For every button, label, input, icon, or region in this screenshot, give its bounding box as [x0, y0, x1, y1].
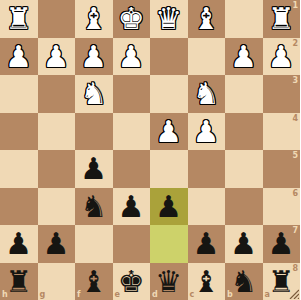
- square-d4[interactable]: ♟: [150, 113, 188, 151]
- rank-label-3: 3: [292, 77, 298, 85]
- square-f3[interactable]: ♞: [75, 75, 113, 113]
- white-pawn-piece[interactable]: ♟: [263, 38, 301, 76]
- square-d8[interactable]: ♛d: [150, 263, 188, 300]
- square-e1[interactable]: ♚: [113, 0, 151, 38]
- square-c5[interactable]: [188, 150, 226, 188]
- square-g4[interactable]: [38, 113, 76, 151]
- white-pawn-piece[interactable]: ♟: [75, 38, 113, 76]
- square-b2[interactable]: ♟: [225, 38, 263, 76]
- square-g2[interactable]: ♟: [38, 38, 76, 76]
- white-pawn-piece[interactable]: ♟: [113, 38, 151, 76]
- white-rook-piece[interactable]: ♜: [0, 0, 38, 38]
- white-pawn-piece[interactable]: ♟: [38, 38, 76, 76]
- rank-label-5: 5: [292, 152, 298, 160]
- white-bishop-piece[interactable]: ♝: [75, 0, 113, 38]
- square-h4[interactable]: [0, 113, 38, 151]
- square-g8[interactable]: g: [38, 263, 76, 300]
- square-f8[interactable]: ♝f: [75, 263, 113, 300]
- square-d2[interactable]: [150, 38, 188, 76]
- square-d7[interactable]: [150, 225, 188, 263]
- square-a3[interactable]: 3: [263, 75, 301, 113]
- square-h7[interactable]: ♟: [0, 225, 38, 263]
- square-h3[interactable]: [0, 75, 38, 113]
- square-h8[interactable]: ♜h: [0, 263, 38, 300]
- black-pawn-piece[interactable]: ♟: [263, 225, 301, 263]
- square-c2[interactable]: [188, 38, 226, 76]
- black-rook-piece[interactable]: ♜: [0, 263, 38, 300]
- square-e2[interactable]: ♟: [113, 38, 151, 76]
- square-c4[interactable]: ♟: [188, 113, 226, 151]
- square-c1[interactable]: ♝: [188, 0, 226, 38]
- square-c8[interactable]: ♝c: [188, 263, 226, 300]
- square-d1[interactable]: ♛: [150, 0, 188, 38]
- square-b4[interactable]: [225, 113, 263, 151]
- white-knight-piece[interactable]: ♞: [188, 75, 226, 113]
- square-d3[interactable]: [150, 75, 188, 113]
- black-pawn-piece[interactable]: ♟: [150, 188, 188, 226]
- square-b1[interactable]: [225, 0, 263, 38]
- square-b5[interactable]: [225, 150, 263, 188]
- white-pawn-piece[interactable]: ♟: [225, 38, 263, 76]
- square-b8[interactable]: ♞b: [225, 263, 263, 300]
- square-f2[interactable]: ♟: [75, 38, 113, 76]
- black-pawn-piece[interactable]: ♟: [38, 225, 76, 263]
- white-king-piece[interactable]: ♚: [113, 0, 151, 38]
- square-e5[interactable]: [113, 150, 151, 188]
- square-e7[interactable]: [113, 225, 151, 263]
- square-a6[interactable]: 6: [263, 188, 301, 226]
- square-a5[interactable]: 5: [263, 150, 301, 188]
- square-g1[interactable]: [38, 0, 76, 38]
- square-h2[interactable]: ♟: [0, 38, 38, 76]
- board-container: ♜♝♚♛♝♜1♟♟♟♟♟♟2♞♞3♟♟4♟5♞♟♟6♟♟♟♟♟7♜hg♝f♚e♛…: [0, 0, 300, 300]
- white-knight-piece[interactable]: ♞: [75, 75, 113, 113]
- square-b3[interactable]: [225, 75, 263, 113]
- square-b7[interactable]: ♟: [225, 225, 263, 263]
- square-f6[interactable]: ♞: [75, 188, 113, 226]
- white-pawn-piece[interactable]: ♟: [188, 113, 226, 151]
- square-a2[interactable]: ♟2: [263, 38, 301, 76]
- square-d5[interactable]: [150, 150, 188, 188]
- black-bishop-piece[interactable]: ♝: [188, 263, 226, 300]
- black-knight-piece[interactable]: ♞: [225, 263, 263, 300]
- black-pawn-piece[interactable]: ♟: [75, 150, 113, 188]
- square-g7[interactable]: ♟: [38, 225, 76, 263]
- square-f1[interactable]: ♝: [75, 0, 113, 38]
- square-h6[interactable]: [0, 188, 38, 226]
- black-knight-piece[interactable]: ♞: [75, 188, 113, 226]
- square-g3[interactable]: [38, 75, 76, 113]
- white-pawn-piece[interactable]: ♟: [0, 38, 38, 76]
- square-a1[interactable]: ♜1: [263, 0, 301, 38]
- square-h1[interactable]: ♜: [0, 0, 38, 38]
- square-f5[interactable]: ♟: [75, 150, 113, 188]
- square-g6[interactable]: [38, 188, 76, 226]
- white-pawn-piece[interactable]: ♟: [150, 113, 188, 151]
- square-b6[interactable]: [225, 188, 263, 226]
- square-e3[interactable]: [113, 75, 151, 113]
- square-e6[interactable]: ♟: [113, 188, 151, 226]
- rank-label-6: 6: [292, 190, 298, 198]
- square-h5[interactable]: [0, 150, 38, 188]
- square-g5[interactable]: [38, 150, 76, 188]
- square-c6[interactable]: [188, 188, 226, 226]
- white-bishop-piece[interactable]: ♝: [188, 0, 226, 38]
- black-pawn-piece[interactable]: ♟: [225, 225, 263, 263]
- black-king-piece[interactable]: ♚: [113, 263, 151, 300]
- square-e4[interactable]: [113, 113, 151, 151]
- file-label-g: g: [40, 291, 46, 299]
- square-f4[interactable]: [75, 113, 113, 151]
- square-a4[interactable]: 4: [263, 113, 301, 151]
- black-bishop-piece[interactable]: ♝: [75, 263, 113, 300]
- board-resize-handle-icon[interactable]: [289, 289, 299, 299]
- black-pawn-piece[interactable]: ♟: [0, 225, 38, 263]
- rank-label-4: 4: [292, 115, 298, 123]
- square-e8[interactable]: ♚e: [113, 263, 151, 300]
- square-c3[interactable]: ♞: [188, 75, 226, 113]
- square-c7[interactable]: ♟: [188, 225, 226, 263]
- black-pawn-piece[interactable]: ♟: [188, 225, 226, 263]
- square-f7[interactable]: [75, 225, 113, 263]
- square-a7[interactable]: ♟7: [263, 225, 301, 263]
- black-pawn-piece[interactable]: ♟: [113, 188, 151, 226]
- white-rook-piece[interactable]: ♜: [263, 0, 301, 38]
- chess-board[interactable]: ♜♝♚♛♝♜1♟♟♟♟♟♟2♞♞3♟♟4♟5♞♟♟6♟♟♟♟♟7♜hg♝f♚e♛…: [0, 0, 300, 300]
- square-d6[interactable]: ♟: [150, 188, 188, 226]
- white-queen-piece[interactable]: ♛: [150, 0, 188, 38]
- black-queen-piece[interactable]: ♛: [150, 263, 188, 300]
